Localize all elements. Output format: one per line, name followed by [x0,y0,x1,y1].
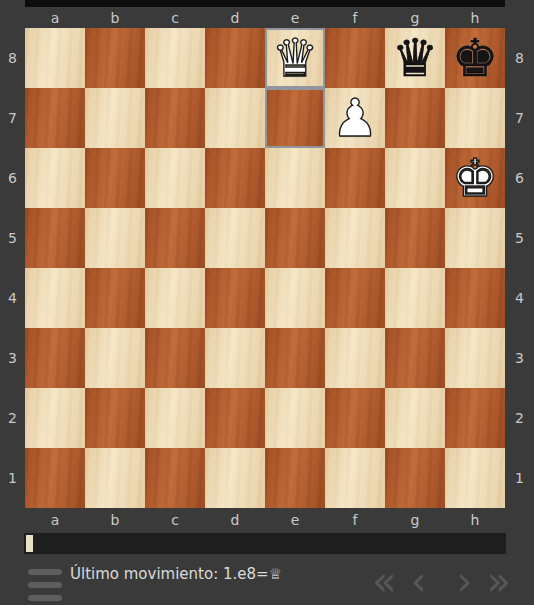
square-f7[interactable]: ♟ [325,88,385,148]
square-e1[interactable] [265,448,325,508]
file-labels-top: abcdefgh [25,7,505,28]
square-g7[interactable] [385,88,445,148]
square-e8[interactable]: ♛ [265,28,325,88]
square-e3[interactable] [265,328,325,388]
square-d1[interactable] [205,448,265,508]
rank-label-2: 2 [0,388,25,448]
hamburger-icon [28,582,62,588]
square-f3[interactable] [325,328,385,388]
square-a6[interactable] [25,148,85,208]
white-queen[interactable]: ♛ [272,28,319,88]
rank-label-4: 4 [0,268,25,328]
square-g4[interactable] [385,268,445,328]
black-queen[interactable]: ♛ [392,28,439,88]
square-e6[interactable] [265,148,325,208]
rank-label-7: 7 [505,88,534,148]
file-label-h: h [445,7,505,28]
square-b5[interactable] [85,208,145,268]
square-d7[interactable] [205,88,265,148]
rank-labels-right: 87654321 [505,28,534,508]
square-d3[interactable] [205,328,265,388]
square-h7[interactable] [445,88,505,148]
square-g8[interactable]: ♛ [385,28,445,88]
rank-label-8: 8 [0,28,25,88]
square-h2[interactable] [445,388,505,448]
hamburger-icon [28,595,62,601]
square-c1[interactable] [145,448,205,508]
square-a1[interactable] [25,448,85,508]
square-a4[interactable] [25,268,85,328]
square-e7[interactable] [265,88,325,148]
square-b1[interactable] [85,448,145,508]
file-label-e: e [265,508,325,531]
file-label-f: f [325,508,385,531]
top-edge-strip [25,0,505,7]
file-label-d: d [205,7,265,28]
square-f6[interactable] [325,148,385,208]
file-labels-bottom: abcdefgh [25,508,505,531]
square-d6[interactable] [205,148,265,208]
square-h6[interactable]: ♚ [445,148,505,208]
square-g5[interactable] [385,208,445,268]
nav-last-button[interactable]: » [480,561,518,601]
progress-bar[interactable] [24,533,506,554]
square-c8[interactable] [145,28,205,88]
square-b8[interactable] [85,28,145,88]
file-label-g: g [385,7,445,28]
rank-label-4: 4 [505,268,534,328]
last-move-text: Último movimiento: 1.e8=♕ [70,565,282,583]
nav-prev-button[interactable]: ‹ [404,561,434,601]
rank-labels-left: 87654321 [0,28,25,508]
file-label-g: g [385,508,445,531]
square-g1[interactable] [385,448,445,508]
square-c3[interactable] [145,328,205,388]
square-f5[interactable] [325,208,385,268]
square-a2[interactable] [25,388,85,448]
file-label-c: c [145,508,205,531]
square-f8[interactable] [325,28,385,88]
square-b7[interactable] [85,88,145,148]
move-navigation: « ‹ › » [365,556,518,605]
square-a3[interactable] [25,328,85,388]
file-label-e: e [265,7,325,28]
square-a8[interactable] [25,28,85,88]
square-g2[interactable] [385,388,445,448]
file-label-a: a [25,7,85,28]
rank-label-8: 8 [505,28,534,88]
square-e4[interactable] [265,268,325,328]
nav-next-button[interactable]: › [450,561,480,601]
file-label-b: b [85,508,145,531]
square-h3[interactable] [445,328,505,388]
file-label-c: c [145,7,205,28]
square-d8[interactable] [205,28,265,88]
file-label-f: f [325,7,385,28]
chess-app: abcdefgh 87654321 87654321 ♛♛♚♟♚ abcdefg… [0,0,534,605]
square-e5[interactable] [265,208,325,268]
square-f4[interactable] [325,268,385,328]
white-pawn[interactable]: ♟ [332,88,379,148]
square-g6[interactable] [385,148,445,208]
black-king[interactable]: ♚ [452,28,499,88]
nav-first-button[interactable]: « [365,561,403,601]
square-e2[interactable] [265,388,325,448]
rank-label-1: 1 [505,448,534,508]
square-b6[interactable] [85,148,145,208]
square-b2[interactable] [85,388,145,448]
rank-label-2: 2 [505,388,534,448]
square-h1[interactable] [445,448,505,508]
rank-label-3: 3 [0,328,25,388]
square-f1[interactable] [325,448,385,508]
square-d2[interactable] [205,388,265,448]
square-a5[interactable] [25,208,85,268]
square-b3[interactable] [85,328,145,388]
rank-label-5: 5 [505,208,534,268]
rank-label-3: 3 [505,328,534,388]
white-king[interactable]: ♚ [452,148,499,208]
file-label-h: h [445,508,505,531]
chess-board[interactable]: ♛♛♚♟♚ [25,28,505,508]
square-d4[interactable] [205,268,265,328]
file-label-d: d [205,508,265,531]
file-label-a: a [25,508,85,531]
rank-label-6: 6 [0,148,25,208]
square-h8[interactable]: ♚ [445,28,505,88]
hamburger-icon [28,569,62,575]
rank-label-5: 5 [0,208,25,268]
rank-label-7: 7 [0,88,25,148]
square-c6[interactable] [145,148,205,208]
square-g3[interactable] [385,328,445,388]
square-b4[interactable] [85,268,145,328]
square-c5[interactable] [145,208,205,268]
rank-label-1: 1 [0,448,25,508]
square-f2[interactable] [325,388,385,448]
menu-button[interactable] [28,569,62,601]
square-a7[interactable] [25,88,85,148]
progress-bar-fill [26,535,33,552]
square-c7[interactable] [145,88,205,148]
square-h5[interactable] [445,208,505,268]
rank-label-6: 6 [505,148,534,208]
square-c4[interactable] [145,268,205,328]
square-h4[interactable] [445,268,505,328]
square-c2[interactable] [145,388,205,448]
square-d5[interactable] [205,208,265,268]
file-label-b: b [85,7,145,28]
